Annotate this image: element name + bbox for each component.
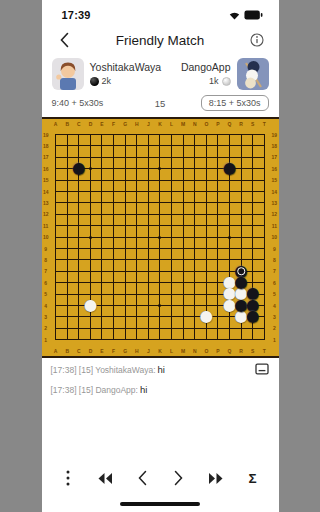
coord-label: 14 [270, 186, 278, 197]
coord-label: S [247, 346, 259, 356]
chevron-left-icon [59, 32, 69, 48]
avatar-character-icon [52, 58, 84, 90]
coord-label: 1 [42, 334, 50, 345]
home-indicator-area [42, 495, 279, 512]
star-point-dot [158, 304, 161, 307]
coord-label: 15 [270, 175, 278, 186]
bottom-toolbar: Σ [42, 461, 279, 495]
avatar-dango-icon [237, 58, 269, 90]
white-stone-icon [222, 77, 231, 86]
coord-label: R [235, 346, 247, 356]
white-player-avatar[interactable] [237, 58, 269, 90]
coord-label: 13 [42, 197, 50, 208]
coord-label: 4 [42, 300, 50, 311]
status-time: 17:39 [62, 9, 91, 21]
coord-label: K [154, 119, 166, 129]
coord-label: L [166, 119, 178, 129]
black-stone-icon [90, 77, 99, 86]
coord-label: R [235, 119, 247, 129]
coord-label: F [108, 119, 120, 129]
coord-label: 7 [270, 266, 278, 277]
coord-label: M [177, 346, 189, 356]
chat-message: [17:38] [15] YoshitakaWaya:hi [51, 364, 270, 375]
chat-message-text: hi [140, 384, 147, 395]
coord-label: C [73, 119, 85, 129]
chat-button[interactable] [255, 363, 270, 377]
coord-spacer [270, 346, 278, 356]
coord-label: 1 [270, 334, 278, 345]
battery-icon [244, 10, 263, 20]
black-stone-glyph: ● [72, 161, 86, 177]
coord-label: G [119, 346, 131, 356]
move-number: 15 [155, 98, 166, 109]
page-title: Friendly Match [42, 33, 279, 48]
star-point-dot [89, 236, 92, 239]
coord-label: 9 [270, 243, 278, 254]
previous-move-button[interactable] [129, 465, 155, 491]
coord-label: K [154, 346, 166, 356]
coord-label: 14 [42, 186, 50, 197]
black-stone: ● [224, 163, 236, 174]
forward-to-end-icon [208, 472, 224, 485]
star-point-dot [158, 167, 161, 170]
star-point [154, 232, 166, 243]
next-move-icon [174, 470, 184, 486]
board-coordinates-top: ABCDEFGHJKLMNOPQRST [42, 119, 279, 129]
board-intersections[interactable]: ●●●●●●●●●●●●●●● [50, 129, 270, 346]
star-point [85, 232, 97, 243]
coord-label: O [201, 119, 213, 129]
coord-spacer [42, 346, 50, 356]
coord-label: 19 [270, 129, 278, 140]
info-button[interactable] [247, 30, 267, 50]
coord-label: 5 [42, 288, 50, 299]
black-clock: 9:40 + 5x30s [52, 98, 155, 108]
black-stone-glyph: ● [223, 161, 237, 177]
coord-label: N [189, 119, 201, 129]
black-player-rank: 2k [90, 76, 162, 86]
star-point [224, 232, 236, 243]
coord-label: 16 [270, 163, 278, 174]
coord-label: P [212, 346, 224, 356]
coord-label: M [177, 119, 189, 129]
coord-label: 2 [42, 323, 50, 334]
white-player-rank: 1k [209, 76, 231, 86]
coord-label: 15 [42, 175, 50, 186]
white-stone: ● [85, 300, 97, 311]
coord-label: Q [224, 119, 236, 129]
coord-label: 11 [270, 220, 278, 231]
previous-move-icon [137, 470, 147, 486]
coord-label: 8 [270, 254, 278, 265]
coord-label: T [259, 119, 271, 129]
wifi-icon [228, 10, 241, 20]
coord-label: E [96, 346, 108, 356]
coord-label: Q [224, 346, 236, 356]
coord-label: 6 [270, 277, 278, 288]
coord-label: 16 [42, 163, 50, 174]
chat-area: [17:38] [15] YoshitakaWaya:hi [17:38] [1… [42, 358, 279, 406]
go-board: ABCDEFGHJKLMNOPQRST 19181716151413121110… [42, 117, 279, 358]
star-point-dot [89, 167, 92, 170]
clock-row: 9:40 + 5x30s 15 8:15 + 5x30s [42, 90, 279, 117]
white-stone-glyph: ● [200, 309, 214, 325]
coord-label: 19 [42, 129, 50, 140]
white-stone: ● [201, 311, 213, 322]
more-vert-icon [66, 470, 70, 486]
coord-label: 3 [42, 311, 50, 322]
board-coordinates-right: 19181716151413121110987654321 [270, 129, 278, 346]
coord-label: 12 [270, 209, 278, 220]
star-point [154, 163, 166, 174]
back-button[interactable] [54, 30, 74, 50]
coord-label: D [85, 346, 97, 356]
black-player-name: YoshitakaWaya [90, 61, 162, 73]
black-stone-glyph: ● [246, 309, 260, 325]
chat-message: [17:38] [15] DangoApp:hi [51, 384, 270, 395]
coord-spacer [42, 119, 50, 129]
white-stone-glyph: ● [84, 298, 98, 314]
home-indicator[interactable] [120, 502, 200, 506]
chat-message-prefix: [17:38] [15] DangoApp: [51, 385, 138, 395]
coord-label: L [166, 346, 178, 356]
star-point [154, 300, 166, 311]
rewind-to-start-icon [97, 472, 113, 485]
coord-label: 2 [270, 323, 278, 334]
coord-label: 3 [270, 311, 278, 322]
coord-label: 9 [42, 243, 50, 254]
spacer [42, 406, 279, 461]
coord-label: 11 [42, 220, 50, 231]
coord-label: O [201, 346, 213, 356]
player-black: YoshitakaWaya 2k [52, 58, 162, 90]
board-coordinates-left: 19181716151413121110987654321 [42, 129, 50, 346]
white-player-name: DangoApp [181, 61, 231, 73]
coord-label: T [259, 346, 271, 356]
black-player-info: YoshitakaWaya 2k [90, 58, 162, 90]
black-stone: ● [247, 311, 259, 322]
coord-label: 17 [270, 152, 278, 163]
coord-label: 6 [42, 277, 50, 288]
menu-button[interactable] [55, 465, 81, 491]
header: Friendly Match [42, 25, 279, 55]
star-point-dot [158, 236, 161, 239]
info-icon [250, 33, 264, 47]
players-row: YoshitakaWaya 2k DangoApp 1k [42, 55, 279, 90]
coord-label: J [143, 346, 155, 356]
message-icon [255, 363, 269, 376]
white-clock-active: 8:15 + 5x30s [201, 95, 269, 111]
score-estimate-button[interactable]: Σ [240, 465, 266, 491]
board-grid: ●●●●●●●●●●●●●●● [50, 129, 270, 346]
coord-label: A [50, 346, 62, 356]
coord-label: B [61, 119, 73, 129]
black-player-avatar[interactable] [52, 58, 84, 90]
coord-label: 10 [42, 232, 50, 243]
next-move-button[interactable] [166, 465, 192, 491]
black-stone: ● [73, 163, 85, 174]
coord-label: B [61, 346, 73, 356]
star-point [85, 163, 97, 174]
coord-label: G [119, 119, 131, 129]
coord-label: D [85, 119, 97, 129]
coord-label: 8 [42, 254, 50, 265]
go-app-screen: 17:39 Friendly Match [42, 0, 279, 512]
coord-label: H [131, 119, 143, 129]
coord-label: E [96, 119, 108, 129]
coord-label: 4 [270, 300, 278, 311]
coord-label: 7 [42, 266, 50, 277]
coord-label: 5 [270, 288, 278, 299]
coord-label: C [73, 346, 85, 356]
coord-label: F [108, 346, 120, 356]
board-coordinates-bottom: ABCDEFGHJKLMNOPQRST [42, 346, 279, 356]
coord-label: 17 [42, 152, 50, 163]
status-icons [228, 10, 263, 20]
coord-label: A [50, 119, 62, 129]
forward-to-end-button[interactable] [203, 465, 229, 491]
player-white: DangoApp 1k [181, 58, 269, 90]
coord-label: J [143, 119, 155, 129]
coord-label: N [189, 346, 201, 356]
chat-message-prefix: [17:38] [15] YoshitakaWaya: [51, 365, 156, 375]
coord-label: S [247, 119, 259, 129]
coord-label: 12 [42, 209, 50, 220]
status-bar: 17:39 [42, 0, 279, 25]
score-estimate-icon: Σ [248, 471, 256, 486]
chat-message-text: hi [158, 364, 165, 375]
star-point-dot [228, 236, 231, 239]
rewind-to-start-button[interactable] [92, 465, 118, 491]
coord-label: 13 [270, 197, 278, 208]
coord-label: P [212, 119, 224, 129]
white-player-info: DangoApp 1k [181, 58, 231, 90]
coord-spacer [270, 119, 278, 129]
coord-label: 18 [270, 140, 278, 151]
coord-label: H [131, 346, 143, 356]
coord-label: 18 [42, 140, 50, 151]
coord-label: 10 [270, 232, 278, 243]
